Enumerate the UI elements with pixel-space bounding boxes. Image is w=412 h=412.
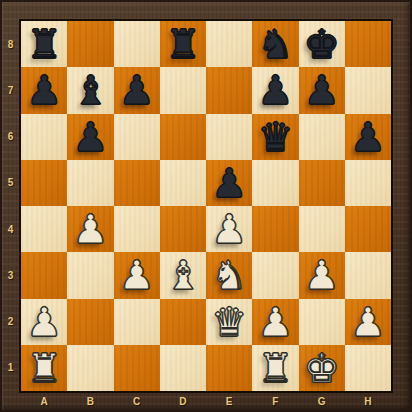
- square-c5[interactable]: [114, 160, 160, 206]
- piece-white-pawn[interactable]: ♟: [114, 252, 160, 298]
- square-h8[interactable]: [345, 21, 391, 67]
- piece-black-rook[interactable]: ♜: [160, 21, 206, 67]
- square-e2[interactable]: ♛: [206, 299, 252, 345]
- piece-black-king[interactable]: ♚: [299, 21, 345, 67]
- file-labels: ABCDEFGH: [21, 391, 391, 412]
- square-c3[interactable]: ♟: [114, 252, 160, 298]
- square-a6[interactable]: [21, 114, 67, 160]
- square-e5[interactable]: ♟: [206, 160, 252, 206]
- square-a3[interactable]: [21, 252, 67, 298]
- square-f8[interactable]: ♞: [252, 21, 298, 67]
- piece-white-pawn[interactable]: ♟: [21, 299, 67, 345]
- square-d5[interactable]: [160, 160, 206, 206]
- piece-black-pawn[interactable]: ♟: [252, 67, 298, 113]
- rank-label-5: 5: [0, 160, 21, 206]
- square-d3[interactable]: ♝: [160, 252, 206, 298]
- piece-black-pawn[interactable]: ♟: [114, 67, 160, 113]
- square-g5[interactable]: [299, 160, 345, 206]
- square-g6[interactable]: [299, 114, 345, 160]
- square-f7[interactable]: ♟: [252, 67, 298, 113]
- rank-label-3: 3: [0, 252, 21, 298]
- piece-white-bishop[interactable]: ♝: [160, 252, 206, 298]
- piece-black-queen[interactable]: ♛: [252, 114, 298, 160]
- square-b2[interactable]: [67, 299, 113, 345]
- square-a4[interactable]: [21, 206, 67, 252]
- chess-board-frame: 87654321 ABCDEFGH ♜♜♞♚♟♝♟♟♟♟♛♟♟♟♟♟♝♞♟♟♛♟…: [0, 0, 412, 412]
- square-e3[interactable]: ♞: [206, 252, 252, 298]
- piece-white-pawn[interactable]: ♟: [252, 299, 298, 345]
- square-h7[interactable]: [345, 67, 391, 113]
- square-c2[interactable]: [114, 299, 160, 345]
- square-f5[interactable]: [252, 160, 298, 206]
- square-d7[interactable]: [160, 67, 206, 113]
- square-c4[interactable]: [114, 206, 160, 252]
- square-g4[interactable]: [299, 206, 345, 252]
- file-label-e: E: [206, 391, 252, 412]
- piece-black-rook[interactable]: ♜: [21, 21, 67, 67]
- file-label-d: D: [160, 391, 206, 412]
- piece-black-pawn[interactable]: ♟: [206, 160, 252, 206]
- square-e7[interactable]: [206, 67, 252, 113]
- piece-black-pawn[interactable]: ♟: [345, 114, 391, 160]
- piece-black-pawn[interactable]: ♟: [299, 67, 345, 113]
- piece-black-pawn[interactable]: ♟: [21, 67, 67, 113]
- square-f3[interactable]: [252, 252, 298, 298]
- square-c8[interactable]: [114, 21, 160, 67]
- piece-white-rook[interactable]: ♜: [252, 345, 298, 391]
- piece-white-pawn[interactable]: ♟: [299, 252, 345, 298]
- square-d6[interactable]: [160, 114, 206, 160]
- rank-label-6: 6: [0, 114, 21, 160]
- file-label-f: F: [252, 391, 298, 412]
- square-b5[interactable]: [67, 160, 113, 206]
- piece-black-knight[interactable]: ♞: [252, 21, 298, 67]
- rank-label-2: 2: [0, 299, 21, 345]
- rank-label-4: 4: [0, 206, 21, 252]
- piece-white-knight[interactable]: ♞: [206, 252, 252, 298]
- square-b1[interactable]: [67, 345, 113, 391]
- square-h5[interactable]: [345, 160, 391, 206]
- file-label-h: H: [345, 391, 391, 412]
- piece-white-pawn[interactable]: ♟: [67, 206, 113, 252]
- square-e8[interactable]: [206, 21, 252, 67]
- square-a5[interactable]: [21, 160, 67, 206]
- square-a1[interactable]: ♜: [21, 345, 67, 391]
- square-d1[interactable]: [160, 345, 206, 391]
- square-f1[interactable]: ♜: [252, 345, 298, 391]
- square-h1[interactable]: [345, 345, 391, 391]
- square-d8[interactable]: ♜: [160, 21, 206, 67]
- square-f6[interactable]: ♛: [252, 114, 298, 160]
- square-h2[interactable]: ♟: [345, 299, 391, 345]
- square-g1[interactable]: ♚: [299, 345, 345, 391]
- square-g3[interactable]: ♟: [299, 252, 345, 298]
- rank-label-7: 7: [0, 67, 21, 113]
- square-g8[interactable]: ♚: [299, 21, 345, 67]
- square-b6[interactable]: ♟: [67, 114, 113, 160]
- square-c7[interactable]: ♟: [114, 67, 160, 113]
- chess-board: ♜♜♞♚♟♝♟♟♟♟♛♟♟♟♟♟♝♞♟♟♛♟♟♜♜♚: [21, 21, 391, 391]
- square-e4[interactable]: ♟: [206, 206, 252, 252]
- piece-white-queen[interactable]: ♛: [206, 299, 252, 345]
- square-b4[interactable]: ♟: [67, 206, 113, 252]
- square-a8[interactable]: ♜: [21, 21, 67, 67]
- square-c6[interactable]: [114, 114, 160, 160]
- square-a7[interactable]: ♟: [21, 67, 67, 113]
- square-f2[interactable]: ♟: [252, 299, 298, 345]
- square-h3[interactable]: [345, 252, 391, 298]
- piece-black-bishop[interactable]: ♝: [67, 67, 113, 113]
- square-f4[interactable]: [252, 206, 298, 252]
- square-b7[interactable]: ♝: [67, 67, 113, 113]
- rank-label-1: 1: [0, 345, 21, 391]
- file-label-b: B: [67, 391, 113, 412]
- square-g7[interactable]: ♟: [299, 67, 345, 113]
- square-h4[interactable]: [345, 206, 391, 252]
- square-g2[interactable]: [299, 299, 345, 345]
- square-e6[interactable]: [206, 114, 252, 160]
- piece-white-rook[interactable]: ♜: [21, 345, 67, 391]
- piece-white-king[interactable]: ♚: [299, 345, 345, 391]
- file-label-c: C: [114, 391, 160, 412]
- square-d2[interactable]: [160, 299, 206, 345]
- square-d4[interactable]: [160, 206, 206, 252]
- square-b8[interactable]: [67, 21, 113, 67]
- square-h6[interactable]: ♟: [345, 114, 391, 160]
- file-label-a: A: [21, 391, 67, 412]
- square-b3[interactable]: [67, 252, 113, 298]
- piece-black-pawn[interactable]: ♟: [67, 114, 113, 160]
- file-label-g: G: [299, 391, 345, 412]
- piece-white-pawn[interactable]: ♟: [345, 299, 391, 345]
- square-e1[interactable]: [206, 345, 252, 391]
- piece-white-pawn[interactable]: ♟: [206, 206, 252, 252]
- rank-labels: 87654321: [0, 21, 21, 391]
- rank-label-8: 8: [0, 21, 21, 67]
- square-c1[interactable]: [114, 345, 160, 391]
- square-a2[interactable]: ♟: [21, 299, 67, 345]
